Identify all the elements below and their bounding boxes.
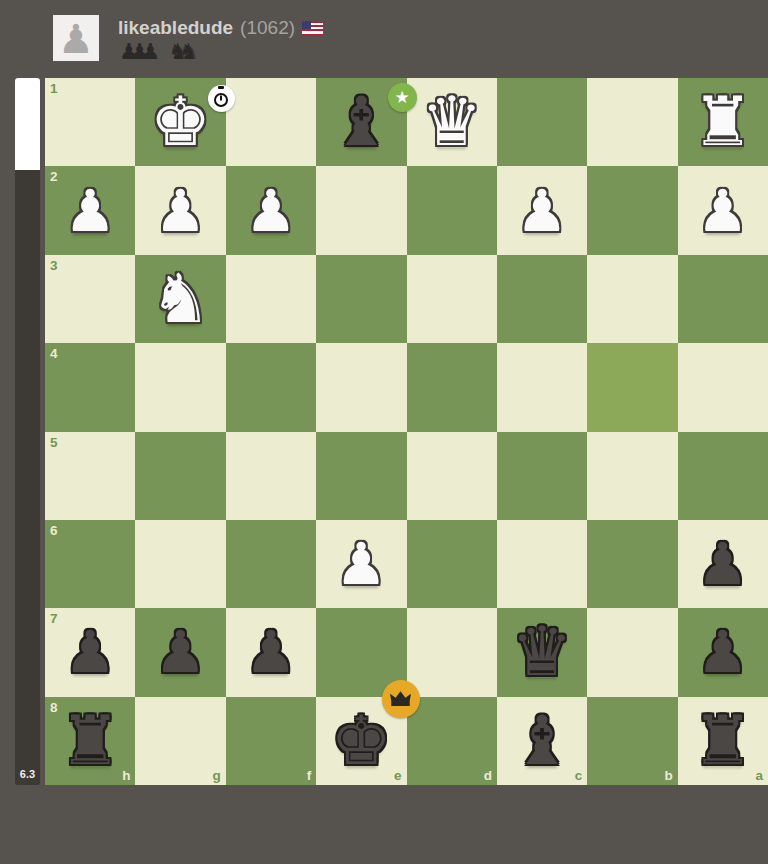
eval-score: 6.3 bbox=[15, 768, 40, 780]
piece-white-rook[interactable]: ♜ bbox=[678, 78, 768, 166]
piece-black-bishop[interactable]: ♝ bbox=[497, 697, 587, 785]
square-h7[interactable]: 7♟ bbox=[45, 608, 135, 696]
square-h2[interactable]: 2♟ bbox=[45, 166, 135, 254]
piece-white-knight[interactable]: ♞ bbox=[135, 255, 225, 343]
piece-black-pawn[interactable]: ♟ bbox=[678, 608, 768, 696]
square-d8[interactable]: d bbox=[407, 697, 497, 785]
square-b6[interactable] bbox=[587, 520, 677, 608]
square-g7[interactable]: ♟ bbox=[135, 608, 225, 696]
square-f5[interactable] bbox=[226, 432, 316, 520]
square-c2[interactable]: ♟ bbox=[497, 166, 587, 254]
file-label-b: b bbox=[664, 768, 672, 783]
piece-black-pawn[interactable]: ♟ bbox=[45, 608, 135, 696]
player-top-name[interactable]: likeabledude bbox=[118, 17, 233, 39]
square-c8[interactable]: c♝ bbox=[497, 697, 587, 785]
square-e5[interactable] bbox=[316, 432, 406, 520]
captured-pawn-group: ♟♟♟ bbox=[119, 40, 160, 64]
square-g2[interactable]: ♟ bbox=[135, 166, 225, 254]
star-icon: ★ bbox=[388, 83, 417, 112]
piece-black-pawn[interactable]: ♟ bbox=[135, 608, 225, 696]
square-c6[interactable] bbox=[497, 520, 587, 608]
square-f3[interactable] bbox=[226, 255, 316, 343]
square-a5[interactable] bbox=[678, 432, 768, 520]
square-g8[interactable]: g bbox=[135, 697, 225, 785]
piece-white-pawn[interactable]: ♟ bbox=[497, 166, 587, 254]
piece-black-pawn[interactable]: ♟ bbox=[678, 520, 768, 608]
square-a2[interactable]: ♟ bbox=[678, 166, 768, 254]
piece-black-rook[interactable]: ♜ bbox=[45, 697, 135, 785]
avatar-top[interactable]: ♟ bbox=[53, 15, 99, 61]
square-d6[interactable] bbox=[407, 520, 497, 608]
timeout-icon bbox=[208, 85, 235, 112]
square-h1[interactable]: 1 bbox=[45, 78, 135, 166]
square-b1[interactable] bbox=[587, 78, 677, 166]
square-b8[interactable]: b bbox=[587, 697, 677, 785]
rank-label-4: 4 bbox=[50, 346, 58, 361]
square-f2[interactable]: ♟ bbox=[226, 166, 316, 254]
rank-label-5: 5 bbox=[50, 435, 58, 450]
file-label-d: d bbox=[484, 768, 492, 783]
square-f6[interactable] bbox=[226, 520, 316, 608]
square-d5[interactable] bbox=[407, 432, 497, 520]
square-f7[interactable]: ♟ bbox=[226, 608, 316, 696]
square-d7[interactable] bbox=[407, 608, 497, 696]
square-b5[interactable] bbox=[587, 432, 677, 520]
square-b2[interactable] bbox=[587, 166, 677, 254]
piece-white-queen[interactable]: ♛ bbox=[407, 78, 497, 166]
chess-board[interactable]: 1♚♝★♛♜2♟♟♟♟♟3♞456♟♟7♟♟♟♛♟8h♜gfe♚dc♝ba♜ bbox=[45, 78, 768, 785]
player-bottom-bar: satriotomo (1037) ♟♟♝♝♞♜+7 4:16 bbox=[0, 792, 768, 864]
square-f1[interactable] bbox=[226, 78, 316, 166]
file-label-g: g bbox=[213, 768, 221, 783]
square-c4[interactable] bbox=[497, 343, 587, 431]
captured-knight-group: ♞♞ bbox=[168, 40, 198, 64]
player-top-bar: ♟ likeabledude (1062) ♟♟♟♞♞ bbox=[0, 0, 768, 78]
square-h5[interactable]: 5 bbox=[45, 432, 135, 520]
rank-label-6: 6 bbox=[50, 523, 58, 538]
square-e2[interactable] bbox=[316, 166, 406, 254]
square-e6[interactable]: ♟ bbox=[316, 520, 406, 608]
piece-white-pawn[interactable]: ♟ bbox=[226, 166, 316, 254]
square-c1[interactable] bbox=[497, 78, 587, 166]
square-g5[interactable] bbox=[135, 432, 225, 520]
square-b4[interactable] bbox=[587, 343, 677, 431]
rank-label-3: 3 bbox=[50, 258, 58, 273]
square-a6[interactable]: ♟ bbox=[678, 520, 768, 608]
square-a1[interactable]: ♜ bbox=[678, 78, 768, 166]
square-h3[interactable]: 3 bbox=[45, 255, 135, 343]
square-h6[interactable]: 6 bbox=[45, 520, 135, 608]
square-b3[interactable] bbox=[587, 255, 677, 343]
player-top-name-row: likeabledude (1062) bbox=[118, 17, 323, 39]
square-h4[interactable]: 4 bbox=[45, 343, 135, 431]
eval-bar: 6.3 bbox=[15, 78, 40, 785]
square-e3[interactable] bbox=[316, 255, 406, 343]
piece-white-pawn[interactable]: ♟ bbox=[45, 166, 135, 254]
square-a7[interactable]: ♟ bbox=[678, 608, 768, 696]
square-e8[interactable]: e♚ bbox=[316, 697, 406, 785]
square-f8[interactable]: f bbox=[226, 697, 316, 785]
square-b7[interactable] bbox=[587, 608, 677, 696]
square-d2[interactable] bbox=[407, 166, 497, 254]
piece-white-pawn[interactable]: ♟ bbox=[135, 166, 225, 254]
square-h8[interactable]: 8h♜ bbox=[45, 697, 135, 785]
file-label-f: f bbox=[307, 768, 312, 783]
square-e4[interactable] bbox=[316, 343, 406, 431]
eval-bar-white-section bbox=[15, 78, 40, 170]
player-top-rating: (1062) bbox=[240, 17, 295, 39]
piece-white-pawn[interactable]: ♟ bbox=[678, 166, 768, 254]
square-c7[interactable]: ♛ bbox=[497, 608, 587, 696]
avatar-pawn-icon: ♟ bbox=[53, 15, 99, 61]
square-a3[interactable] bbox=[678, 255, 768, 343]
square-d3[interactable] bbox=[407, 255, 497, 343]
us-flag-icon bbox=[302, 21, 323, 36]
square-d4[interactable] bbox=[407, 343, 497, 431]
square-c3[interactable] bbox=[497, 255, 587, 343]
captured-pieces-top: ♟♟♟♞♞ bbox=[119, 40, 199, 64]
square-g6[interactable] bbox=[135, 520, 225, 608]
square-g3[interactable]: ♞ bbox=[135, 255, 225, 343]
piece-black-pawn[interactable]: ♟ bbox=[226, 608, 316, 696]
piece-black-queen[interactable]: ♛ bbox=[497, 608, 587, 696]
square-a8[interactable]: a♜ bbox=[678, 697, 768, 785]
square-g1[interactable]: ♚ bbox=[135, 78, 225, 166]
square-e1[interactable]: ♝★ bbox=[316, 78, 406, 166]
piece-white-pawn[interactable]: ♟ bbox=[316, 520, 406, 608]
square-f4[interactable] bbox=[226, 343, 316, 431]
piece-black-rook[interactable]: ♜ bbox=[678, 697, 768, 785]
winner-crown-icon bbox=[382, 680, 420, 718]
square-g4[interactable] bbox=[135, 343, 225, 431]
square-a4[interactable] bbox=[678, 343, 768, 431]
rank-label-1: 1 bbox=[50, 81, 58, 96]
square-c5[interactable] bbox=[497, 432, 587, 520]
square-d1[interactable]: ♛ bbox=[407, 78, 497, 166]
